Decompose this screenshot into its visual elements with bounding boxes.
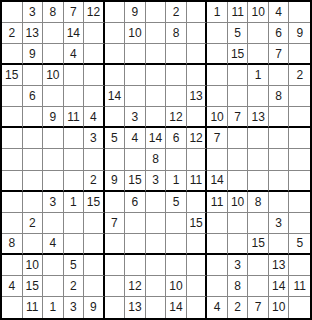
cell-r15c7[interactable]: 13 (125, 297, 146, 318)
cell-r15c10[interactable] (187, 297, 208, 318)
cell-r10c1[interactable] (2, 192, 23, 213)
cell-r7c15[interactable] (289, 128, 310, 149)
cell-r2c1[interactable]: 2 (2, 23, 23, 44)
cell-r3c4[interactable]: 4 (64, 44, 85, 65)
cell-r7c8[interactable]: 14 (146, 128, 167, 149)
cell-r2c4[interactable]: 14 (64, 23, 85, 44)
cell-r11c12[interactable] (228, 213, 249, 234)
cell-r5c2[interactable]: 6 (23, 86, 44, 107)
given-digit: 3 (70, 301, 77, 313)
cell-r7c6[interactable]: 5 (105, 128, 126, 149)
cell-r12c15[interactable]: 5 (289, 234, 310, 255)
given-digit: 11 (190, 174, 202, 186)
cell-r13c1[interactable] (2, 255, 23, 276)
given-digit: 15 (5, 69, 18, 81)
cell-r4c2[interactable] (23, 65, 44, 86)
cell-r7c2[interactable] (23, 128, 44, 149)
cell-r11c5[interactable] (84, 213, 105, 234)
cell-r6c10[interactable] (187, 107, 208, 128)
given-digit: 8 (8, 237, 15, 249)
cell-r8c6[interactable] (105, 149, 126, 170)
cell-r8c13[interactable] (248, 149, 269, 170)
given-digit: 6 (29, 90, 36, 102)
cell-r2c2[interactable]: 13 (23, 23, 44, 44)
cell-r6c15[interactable] (289, 107, 310, 128)
cell-r8c5[interactable] (84, 149, 105, 170)
cell-r3c12[interactable]: 15 (228, 44, 249, 65)
cell-r5c7[interactable] (125, 86, 146, 107)
cell-r15c13[interactable]: 7 (248, 297, 269, 318)
given-digit: 1 (49, 301, 56, 313)
cell-r14c14[interactable]: 14 (269, 276, 290, 297)
cell-r11c8[interactable] (146, 213, 167, 234)
cell-r12c8[interactable] (146, 234, 167, 255)
given-digit: 11 (293, 280, 305, 292)
cell-r4c4[interactable] (64, 65, 85, 86)
cell-r1c6[interactable] (105, 2, 126, 23)
given-digit: 10 (46, 69, 59, 81)
given-digit: 9 (49, 111, 56, 123)
cell-r3c3[interactable] (43, 44, 64, 65)
cell-r5c4[interactable] (64, 86, 85, 107)
cell-r4c7[interactable] (125, 65, 146, 86)
cell-r12c1[interactable]: 8 (2, 234, 23, 255)
cell-r4c8[interactable] (146, 65, 167, 86)
given-digit: 14 (149, 132, 162, 144)
cell-r1c13[interactable]: 10 (248, 2, 269, 23)
cell-r6c11[interactable]: 10 (207, 107, 228, 128)
given-digit: 7 (214, 132, 221, 144)
cell-r13c4[interactable]: 5 (64, 255, 85, 276)
cell-r3c13[interactable] (248, 44, 269, 65)
cell-r8c8[interactable]: 8 (146, 149, 167, 170)
cell-r6c13[interactable]: 13 (248, 107, 269, 128)
cell-r1c11[interactable]: 1 (207, 2, 228, 23)
cell-r9c4[interactable] (64, 171, 85, 192)
cell-r3c1[interactable] (2, 44, 23, 65)
cell-r5c8[interactable] (146, 86, 167, 107)
given-digit: 7 (275, 48, 282, 60)
given-digit: 15 (128, 174, 141, 186)
cell-r12c14[interactable] (269, 234, 290, 255)
given-digit: 5 (111, 132, 118, 144)
cell-r6c3[interactable]: 9 (43, 107, 64, 128)
cell-r12c6[interactable] (105, 234, 126, 255)
given-digit: 4 (70, 48, 77, 60)
given-digit: 3 (90, 132, 97, 144)
given-digit: 1 (255, 69, 262, 81)
cell-r9c6[interactable]: 9 (105, 171, 126, 192)
sudoku-puzzle: 3871292111104213141085699415715101261413… (0, 0, 312, 320)
cell-r15c5[interactable]: 9 (84, 297, 105, 318)
cell-r10c8[interactable] (146, 192, 167, 213)
cell-r15c1[interactable] (2, 297, 23, 318)
given-digit: 8 (255, 196, 262, 208)
cell-r8c11[interactable] (207, 149, 228, 170)
cell-r2c10[interactable] (187, 23, 208, 44)
given-digit: 12 (189, 132, 202, 144)
cell-r10c13[interactable]: 8 (248, 192, 269, 213)
cell-r10c4[interactable]: 1 (64, 192, 85, 213)
cell-r9c2[interactable] (23, 171, 44, 192)
given-digit: 3 (29, 6, 36, 18)
cell-r10c10[interactable] (187, 192, 208, 213)
cell-r15c4[interactable]: 3 (64, 297, 85, 318)
cell-r1c8[interactable] (146, 2, 167, 23)
given-digit: 3 (132, 111, 139, 123)
cell-r5c13[interactable] (248, 86, 269, 107)
cell-r9c3[interactable] (43, 171, 64, 192)
cell-r7c5[interactable]: 3 (84, 128, 105, 149)
cell-r3c9[interactable] (166, 44, 187, 65)
given-digit: 15 (231, 48, 244, 60)
cell-r7c3[interactable] (43, 128, 64, 149)
cell-r10c14[interactable] (269, 192, 290, 213)
cell-r12c4[interactable] (64, 234, 85, 255)
given-digit: 8 (275, 90, 282, 102)
cell-r3c7[interactable] (125, 44, 146, 65)
cell-r4c11[interactable] (207, 65, 228, 86)
cell-r13c11[interactable] (207, 255, 228, 276)
given-digit: 1 (173, 174, 180, 186)
cell-r5c11[interactable] (207, 86, 228, 107)
cell-r1c5[interactable]: 12 (84, 2, 105, 23)
cell-r10c7[interactable]: 6 (125, 192, 146, 213)
given-digit: 11 (231, 6, 243, 18)
cell-r1c2[interactable]: 3 (23, 2, 44, 23)
cell-r4c14[interactable] (269, 65, 290, 86)
given-digit: 5 (70, 259, 77, 271)
given-digit: 15 (26, 280, 39, 292)
given-digit: 15 (87, 196, 100, 208)
cell-r13c13[interactable] (248, 255, 269, 276)
given-digit: 12 (87, 6, 100, 18)
cell-r13c10[interactable] (187, 255, 208, 276)
given-digit: 14 (272, 280, 285, 292)
cell-r13c15[interactable] (289, 255, 310, 276)
given-digit: 9 (90, 301, 97, 313)
cell-r10c5[interactable]: 15 (84, 192, 105, 213)
cell-r2c6[interactable] (105, 23, 126, 44)
cell-r8c7[interactable] (125, 149, 146, 170)
given-digit: 6 (275, 27, 282, 39)
cell-r1c1[interactable] (2, 2, 23, 23)
given-digit: 1 (70, 196, 77, 208)
cell-r3c2[interactable]: 9 (23, 44, 44, 65)
cell-r5c15[interactable] (289, 86, 310, 107)
cell-r14c3[interactable] (43, 276, 64, 297)
cell-r13c3[interactable] (43, 255, 64, 276)
given-digit: 14 (108, 90, 121, 102)
cell-r4c9[interactable] (166, 65, 187, 86)
cell-r8c2[interactable] (23, 149, 44, 170)
given-digit: 3 (152, 174, 159, 186)
given-digit: 2 (29, 217, 36, 229)
given-digit: 7 (70, 6, 77, 18)
cell-r5c10[interactable]: 13 (187, 86, 208, 107)
cell-r6c6[interactable] (105, 107, 126, 128)
given-digit: 4 (275, 6, 282, 18)
given-digit: 9 (29, 48, 36, 60)
cell-r5c5[interactable] (84, 86, 105, 107)
cell-r13c12[interactable]: 3 (228, 255, 249, 276)
cell-r5c3[interactable] (43, 86, 64, 107)
cell-r15c14[interactable]: 10 (269, 297, 290, 318)
cell-r12c11[interactable] (207, 234, 228, 255)
cell-r14c10[interactable] (187, 276, 208, 297)
cell-r3c5[interactable] (84, 44, 105, 65)
given-digit: 3 (49, 196, 56, 208)
cell-r4c6[interactable] (105, 65, 126, 86)
cell-r11c6[interactable]: 7 (105, 213, 126, 234)
cell-r5c1[interactable] (2, 86, 23, 107)
cell-r10c15[interactable] (289, 192, 310, 213)
cell-r15c15[interactable] (289, 297, 310, 318)
cell-r12c5[interactable] (84, 234, 105, 255)
cell-r9c9[interactable]: 1 (166, 171, 187, 192)
cell-r6c14[interactable] (269, 107, 290, 128)
cell-r14c15[interactable]: 11 (289, 276, 310, 297)
cell-r1c9[interactable]: 2 (166, 2, 187, 23)
cell-r11c2[interactable]: 2 (23, 213, 44, 234)
cell-r8c10[interactable] (187, 149, 208, 170)
cell-r11c14[interactable]: 3 (269, 213, 290, 234)
cell-r8c1[interactable] (2, 149, 23, 170)
cell-r14c6[interactable] (105, 276, 126, 297)
cell-r1c4[interactable]: 7 (64, 2, 85, 23)
given-digit: 8 (234, 280, 241, 292)
given-digit: 2 (234, 301, 241, 313)
cell-r9c10[interactable]: 11 (187, 171, 208, 192)
cell-r9c15[interactable] (289, 171, 310, 192)
given-digit: 14 (169, 301, 182, 313)
cell-r11c3[interactable] (43, 213, 64, 234)
sudoku-board: 3871292111104213141085699415715101261413… (0, 0, 312, 320)
cell-r8c15[interactable] (289, 149, 310, 170)
cell-r14c8[interactable] (146, 276, 167, 297)
cell-r9c5[interactable]: 2 (84, 171, 105, 192)
cell-r12c12[interactable] (228, 234, 249, 255)
cell-r7c11[interactable]: 7 (207, 128, 228, 149)
cell-r6c1[interactable] (2, 107, 23, 128)
cell-r3c8[interactable] (146, 44, 167, 65)
given-digit: 3 (234, 259, 241, 271)
cell-r15c3[interactable]: 1 (43, 297, 64, 318)
cell-r14c13[interactable] (248, 276, 269, 297)
cell-r2c14[interactable]: 6 (269, 23, 290, 44)
cell-r15c8[interactable] (146, 297, 167, 318)
cell-r14c1[interactable]: 4 (2, 276, 23, 297)
cell-r4c12[interactable] (228, 65, 249, 86)
cell-r14c12[interactable]: 8 (228, 276, 249, 297)
given-digit: 9 (132, 6, 139, 18)
cell-r12c3[interactable]: 4 (43, 234, 64, 255)
given-digit: 4 (214, 301, 221, 313)
cell-r5c6[interactable]: 14 (105, 86, 126, 107)
cell-r2c9[interactable]: 8 (166, 23, 187, 44)
cell-r2c15[interactable]: 9 (289, 23, 310, 44)
cell-r3c14[interactable]: 7 (269, 44, 290, 65)
cell-r2c12[interactable]: 5 (228, 23, 249, 44)
given-digit: 15 (189, 217, 202, 229)
cell-r8c3[interactable] (43, 149, 64, 170)
cell-r9c12[interactable] (228, 171, 249, 192)
cell-r13c6[interactable] (105, 255, 126, 276)
given-digit: 15 (251, 237, 264, 249)
given-digit: 11 (67, 111, 79, 123)
cell-r6c12[interactable]: 7 (228, 107, 249, 128)
cell-r10c2[interactable] (23, 192, 44, 213)
given-digit: 9 (296, 27, 303, 39)
cell-r2c7[interactable]: 10 (125, 23, 146, 44)
cell-r12c9[interactable] (166, 234, 187, 255)
given-digit: 4 (132, 132, 139, 144)
given-digit: 3 (275, 217, 282, 229)
cell-r6c7[interactable]: 3 (125, 107, 146, 128)
cell-r3c10[interactable] (187, 44, 208, 65)
cell-r1c10[interactable] (187, 2, 208, 23)
given-digit: 6 (132, 196, 139, 208)
cell-r8c4[interactable] (64, 149, 85, 170)
cell-r6c5[interactable]: 4 (84, 107, 105, 128)
cell-r12c10[interactable] (187, 234, 208, 255)
given-digit: 11 (211, 196, 223, 208)
cell-r7c10[interactable]: 12 (187, 128, 208, 149)
given-digit: 10 (128, 27, 141, 39)
cell-r8c12[interactable] (228, 149, 249, 170)
cell-r10c12[interactable]: 10 (228, 192, 249, 213)
cell-r10c6[interactable] (105, 192, 126, 213)
cell-r7c7[interactable]: 4 (125, 128, 146, 149)
cell-r12c7[interactable] (125, 234, 146, 255)
cell-r2c3[interactable] (43, 23, 64, 44)
cell-r11c13[interactable] (248, 213, 269, 234)
cell-r4c5[interactable] (84, 65, 105, 86)
cell-r13c9[interactable] (166, 255, 187, 276)
given-digit: 14 (67, 27, 80, 39)
cell-r4c10[interactable] (187, 65, 208, 86)
cell-r1c7[interactable]: 9 (125, 2, 146, 23)
cell-r6c2[interactable] (23, 107, 44, 128)
cell-r12c2[interactable] (23, 234, 44, 255)
cell-r1c12[interactable]: 11 (228, 2, 249, 23)
cell-r11c1[interactable] (2, 213, 23, 234)
given-digit: 13 (189, 90, 202, 102)
cell-r9c1[interactable] (2, 171, 23, 192)
cell-r3c15[interactable] (289, 44, 310, 65)
given-digit: 14 (210, 174, 223, 186)
cell-r2c5[interactable] (84, 23, 105, 44)
cell-r8c9[interactable] (166, 149, 187, 170)
given-digit: 12 (128, 280, 141, 292)
cell-r15c12[interactable]: 2 (228, 297, 249, 318)
cell-r10c3[interactable]: 3 (43, 192, 64, 213)
cell-r14c11[interactable] (207, 276, 228, 297)
cell-r6c8[interactable] (146, 107, 167, 128)
cell-r11c4[interactable] (64, 213, 85, 234)
cell-r14c9[interactable]: 10 (166, 276, 187, 297)
cell-r11c7[interactable] (125, 213, 146, 234)
cell-r14c4[interactable]: 2 (64, 276, 85, 297)
given-digit: 2 (8, 27, 15, 39)
cell-r10c11[interactable]: 11 (207, 192, 228, 213)
cell-r14c7[interactable]: 12 (125, 276, 146, 297)
cell-r9c14[interactable] (269, 171, 290, 192)
cell-r7c9[interactable]: 6 (166, 128, 187, 149)
cell-r9c7[interactable]: 15 (125, 171, 146, 192)
cell-r3c6[interactable] (105, 44, 126, 65)
cell-r11c11[interactable] (207, 213, 228, 234)
cell-r2c11[interactable] (207, 23, 228, 44)
cell-r2c8[interactable] (146, 23, 167, 44)
cell-r1c15[interactable] (289, 2, 310, 23)
cell-r4c13[interactable]: 1 (248, 65, 269, 86)
cell-r13c14[interactable]: 13 (269, 255, 290, 276)
cell-r5c12[interactable] (228, 86, 249, 107)
cell-r4c3[interactable]: 10 (43, 65, 64, 86)
cell-r13c7[interactable] (125, 255, 146, 276)
cell-r12c13[interactable]: 15 (248, 234, 269, 255)
cell-r9c11[interactable]: 14 (207, 171, 228, 192)
cell-r7c13[interactable] (248, 128, 269, 149)
given-digit: 5 (234, 27, 241, 39)
cell-r15c6[interactable] (105, 297, 126, 318)
cell-r13c8[interactable] (146, 255, 167, 276)
given-digit: 11 (26, 301, 38, 313)
given-digit: 9 (111, 174, 118, 186)
given-digit: 4 (49, 237, 56, 249)
cell-r5c9[interactable] (166, 86, 187, 107)
cell-r1c3[interactable]: 8 (43, 2, 64, 23)
cell-r10c9[interactable]: 5 (166, 192, 187, 213)
given-digit: 10 (169, 280, 182, 292)
cell-r6c9[interactable]: 12 (166, 107, 187, 128)
cell-r7c1[interactable] (2, 128, 23, 149)
given-digit: 5 (296, 237, 303, 249)
cell-r9c8[interactable]: 3 (146, 171, 167, 192)
cell-r3c11[interactable] (207, 44, 228, 65)
cell-r6c4[interactable]: 11 (64, 107, 85, 128)
cell-r8c14[interactable] (269, 149, 290, 170)
cell-r2c13[interactable] (248, 23, 269, 44)
cell-r9c13[interactable] (248, 171, 269, 192)
given-digit: 7 (234, 111, 241, 123)
given-digit: 6 (173, 132, 180, 144)
cell-r7c14[interactable] (269, 128, 290, 149)
cell-r15c11[interactable]: 4 (207, 297, 228, 318)
cell-r7c12[interactable] (228, 128, 249, 149)
cell-r1c14[interactable]: 4 (269, 2, 290, 23)
cell-r13c5[interactable] (84, 255, 105, 276)
cell-r11c10[interactable]: 15 (187, 213, 208, 234)
cell-r11c15[interactable] (289, 213, 310, 234)
cell-r13c2[interactable]: 10 (23, 255, 44, 276)
cell-r4c15[interactable]: 2 (289, 65, 310, 86)
cell-r15c2[interactable]: 11 (23, 297, 44, 318)
cell-r4c1[interactable]: 15 (2, 65, 23, 86)
cell-r15c9[interactable]: 14 (166, 297, 187, 318)
given-digit: 10 (231, 196, 244, 208)
given-digit: 2 (90, 174, 97, 186)
cell-r11c9[interactable] (166, 213, 187, 234)
cell-r5c14[interactable]: 8 (269, 86, 290, 107)
cell-r7c4[interactable] (64, 128, 85, 149)
given-digit: 8 (49, 6, 56, 18)
cell-r14c2[interactable]: 15 (23, 276, 44, 297)
given-digit: 7 (255, 301, 262, 313)
given-digit: 10 (26, 259, 39, 271)
cell-r14c5[interactable] (84, 276, 105, 297)
